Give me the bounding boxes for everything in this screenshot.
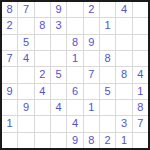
cell-r7c1[interactable] bbox=[2, 100, 17, 115]
cell-r3c5[interactable]: 8 bbox=[67, 35, 82, 50]
cell-r2c3[interactable]: 8 bbox=[35, 18, 50, 33]
cell-r3c3[interactable] bbox=[35, 35, 50, 50]
cell-r3c7[interactable] bbox=[100, 35, 115, 50]
cell-r2c2[interactable] bbox=[18, 18, 33, 33]
cell-r6c2[interactable] bbox=[18, 84, 33, 99]
cell-r2c5[interactable] bbox=[67, 18, 82, 33]
cell-r9c8[interactable]: 1 bbox=[116, 133, 131, 148]
cell-r1c8[interactable]: 4 bbox=[116, 2, 131, 17]
cell-r4c6[interactable] bbox=[84, 51, 99, 66]
cell-r1c6[interactable]: 2 bbox=[84, 2, 99, 17]
cell-r3c4[interactable] bbox=[51, 35, 66, 50]
cell-r8c8[interactable]: 3 bbox=[116, 116, 131, 131]
cell-r5c9[interactable]: 4 bbox=[133, 67, 148, 82]
cell-r3c1[interactable] bbox=[2, 35, 17, 50]
cell-r3c6[interactable]: 9 bbox=[84, 35, 99, 50]
cell-r1c4[interactable]: 9 bbox=[51, 2, 66, 17]
cell-r4c4[interactable] bbox=[51, 51, 66, 66]
cell-r2c4[interactable]: 3 bbox=[51, 18, 66, 33]
cell-r3c2[interactable]: 5 bbox=[18, 35, 33, 50]
cell-r8c5[interactable]: 4 bbox=[67, 116, 82, 131]
cell-r6c8[interactable] bbox=[116, 84, 131, 99]
cell-r7c4[interactable]: 4 bbox=[51, 100, 66, 115]
cell-r5c4[interactable]: 5 bbox=[51, 67, 66, 82]
cell-r1c1[interactable]: 8 bbox=[2, 2, 17, 17]
cell-r7c8[interactable] bbox=[116, 100, 131, 115]
cell-r9c3[interactable] bbox=[35, 133, 50, 148]
cell-r8c9[interactable]: 7 bbox=[133, 116, 148, 131]
cell-r6c1[interactable]: 9 bbox=[2, 84, 17, 99]
cell-r9c6[interactable]: 8 bbox=[84, 133, 99, 148]
cell-r4c9[interactable] bbox=[133, 51, 148, 66]
cell-r1c9[interactable] bbox=[133, 2, 148, 17]
cell-r8c4[interactable] bbox=[51, 116, 66, 131]
cell-r9c1[interactable] bbox=[2, 133, 17, 148]
cell-r6c9[interactable]: 1 bbox=[133, 84, 148, 99]
cell-r7c5[interactable] bbox=[67, 100, 82, 115]
cell-r5c1[interactable] bbox=[2, 67, 17, 82]
cell-r6c3[interactable]: 4 bbox=[35, 84, 50, 99]
cell-r6c6[interactable] bbox=[84, 84, 99, 99]
cell-r5c8[interactable]: 8 bbox=[116, 67, 131, 82]
cell-r8c3[interactable] bbox=[35, 116, 50, 131]
cell-r4c7[interactable]: 8 bbox=[100, 51, 115, 66]
cell-r8c7[interactable] bbox=[100, 116, 115, 131]
sudoku-board: 87924283158974182578494651941814379821 bbox=[0, 0, 150, 150]
cell-r4c3[interactable] bbox=[35, 51, 50, 66]
cell-r9c4[interactable] bbox=[51, 133, 66, 148]
cell-r5c6[interactable]: 7 bbox=[84, 67, 99, 82]
cell-r6c4[interactable] bbox=[51, 84, 66, 99]
cell-r7c7[interactable] bbox=[100, 100, 115, 115]
cell-r2c1[interactable]: 2 bbox=[2, 18, 17, 33]
cell-r8c6[interactable] bbox=[84, 116, 99, 131]
cell-r5c2[interactable] bbox=[18, 67, 33, 82]
cell-r8c2[interactable] bbox=[18, 116, 33, 131]
cell-r4c5[interactable]: 1 bbox=[67, 51, 82, 66]
cell-r7c2[interactable]: 9 bbox=[18, 100, 33, 115]
cell-r1c5[interactable] bbox=[67, 2, 82, 17]
cell-r4c8[interactable] bbox=[116, 51, 131, 66]
cell-r6c7[interactable]: 5 bbox=[100, 84, 115, 99]
cell-r1c3[interactable] bbox=[35, 2, 50, 17]
cell-r2c7[interactable]: 1 bbox=[100, 18, 115, 33]
cell-r5c7[interactable] bbox=[100, 67, 115, 82]
cell-r9c9[interactable] bbox=[133, 133, 148, 148]
cell-r4c2[interactable]: 4 bbox=[18, 51, 33, 66]
cell-r1c2[interactable]: 7 bbox=[18, 2, 33, 17]
cell-r7c6[interactable]: 1 bbox=[84, 100, 99, 115]
cell-r2c6[interactable] bbox=[84, 18, 99, 33]
cell-r9c5[interactable]: 9 bbox=[67, 133, 82, 148]
cell-r6c5[interactable]: 6 bbox=[67, 84, 82, 99]
cell-r5c3[interactable]: 2 bbox=[35, 67, 50, 82]
cell-r4c1[interactable]: 7 bbox=[2, 51, 17, 66]
cell-r3c8[interactable] bbox=[116, 35, 131, 50]
cell-r2c9[interactable] bbox=[133, 18, 148, 33]
cell-r2c8[interactable] bbox=[116, 18, 131, 33]
cell-r7c9[interactable]: 8 bbox=[133, 100, 148, 115]
cell-r5c5[interactable] bbox=[67, 67, 82, 82]
cell-r3c9[interactable] bbox=[133, 35, 148, 50]
cell-r1c7[interactable] bbox=[100, 2, 115, 17]
cell-r8c1[interactable]: 1 bbox=[2, 116, 17, 131]
cell-r9c2[interactable] bbox=[18, 133, 33, 148]
cell-r7c3[interactable] bbox=[35, 100, 50, 115]
cell-r9c7[interactable]: 2 bbox=[100, 133, 115, 148]
